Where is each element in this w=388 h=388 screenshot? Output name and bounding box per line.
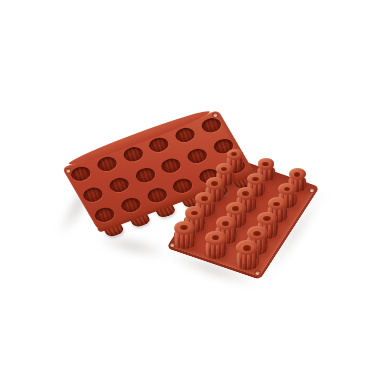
- bump-dimple: [211, 181, 218, 185]
- product-photo: [0, 0, 388, 388]
- bump-dimple: [252, 177, 259, 181]
- cavity-bump: [204, 231, 229, 261]
- bump-dimple: [201, 196, 208, 201]
- bump-dimple: [263, 216, 270, 221]
- bump-dimple: [222, 221, 230, 226]
- mould-bottom-view-bumps: [0, 0, 388, 388]
- cavity-bump: [235, 240, 260, 271]
- bump-dimple: [243, 245, 251, 250]
- bump-dimple: [294, 172, 300, 176]
- bump-dimple: [242, 191, 249, 195]
- cavity-bump: [173, 221, 197, 250]
- bump-dimple: [253, 231, 261, 236]
- bump-dimple: [232, 206, 239, 211]
